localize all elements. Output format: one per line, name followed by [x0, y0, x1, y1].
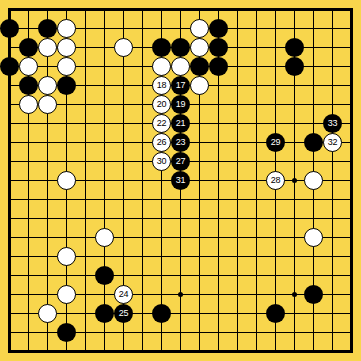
stone-white-32: 32 [323, 133, 342, 152]
star-point [178, 292, 183, 297]
stone-white [38, 76, 57, 95]
stone-white [57, 38, 76, 57]
stone-black [38, 19, 57, 38]
stone-black [57, 76, 76, 95]
stone-white [57, 19, 76, 38]
stone-black [285, 38, 304, 57]
stone-white [57, 57, 76, 76]
stone-black [190, 57, 209, 76]
stone-white [19, 57, 38, 76]
stone-white [190, 19, 209, 38]
stone-black [95, 304, 114, 323]
stone-black-19: 19 [171, 95, 190, 114]
stone-black [171, 38, 190, 57]
stone-black-23: 23 [171, 133, 190, 152]
board-grid-line [8, 275, 353, 276]
stone-black [285, 57, 304, 76]
stone-white [304, 228, 323, 247]
board-grid-line [237, 8, 238, 353]
board-grid-line [8, 199, 353, 200]
stone-white [38, 304, 57, 323]
stone-black [152, 38, 171, 57]
stone-black-25: 25 [114, 304, 133, 323]
stone-black-33: 33 [323, 114, 342, 133]
stone-white-28: 28 [266, 171, 285, 190]
stone-white-30: 30 [152, 152, 171, 171]
board-grid-line [332, 8, 333, 353]
board-grid-line [8, 237, 353, 238]
stone-black [209, 19, 228, 38]
stone-white-26: 26 [152, 133, 171, 152]
stone-black [0, 19, 19, 38]
stone-black [209, 57, 228, 76]
stone-black [209, 38, 228, 57]
stone-white [57, 247, 76, 266]
stone-black-21: 21 [171, 114, 190, 133]
stone-black [57, 323, 76, 342]
stone-black-29: 29 [266, 133, 285, 152]
stone-black [95, 266, 114, 285]
stone-white [57, 171, 76, 190]
stone-white [190, 76, 209, 95]
stone-black [152, 304, 171, 323]
stone-black [19, 38, 38, 57]
stone-white [19, 95, 38, 114]
stone-white-22: 22 [152, 114, 171, 133]
star-point [292, 178, 297, 183]
stone-white-18: 18 [152, 76, 171, 95]
stone-white [38, 95, 57, 114]
stone-black [304, 133, 323, 152]
board-border-line [8, 350, 353, 353]
stone-white [38, 38, 57, 57]
stone-white [171, 57, 190, 76]
stone-black [19, 76, 38, 95]
stone-black [304, 285, 323, 304]
stone-white [304, 171, 323, 190]
stone-black [0, 57, 19, 76]
board-grid-line [8, 313, 353, 314]
board-border-line [350, 8, 353, 353]
stone-black [266, 304, 285, 323]
go-board[interactable]: 1817201922213326232932302731282425 [0, 0, 361, 361]
stone-black-27: 27 [171, 152, 190, 171]
stone-white [190, 38, 209, 57]
board-grid-line [8, 218, 353, 219]
stone-black-31: 31 [171, 171, 190, 190]
stone-white [152, 57, 171, 76]
stone-white [95, 228, 114, 247]
star-point [292, 292, 297, 297]
board-grid-line [256, 8, 257, 353]
stone-black-17: 17 [171, 76, 190, 95]
stone-white [57, 285, 76, 304]
stone-white-20: 20 [152, 95, 171, 114]
stone-white [114, 38, 133, 57]
stone-white-24: 24 [114, 285, 133, 304]
